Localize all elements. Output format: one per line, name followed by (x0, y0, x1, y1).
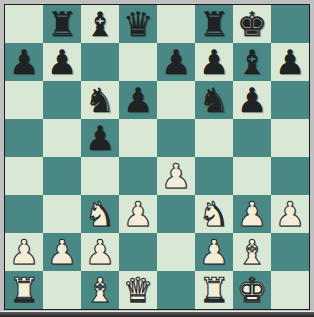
white-rook[interactable]: ♜ (9, 271, 39, 309)
square-g2[interactable]: ♝ (233, 233, 271, 271)
square-d3[interactable]: ♟ (119, 195, 157, 233)
square-c2[interactable]: ♟ (81, 233, 119, 271)
square-a2[interactable]: ♟ (5, 233, 43, 271)
square-d1[interactable]: ♛ (119, 271, 157, 309)
square-f6[interactable]: ♞ (195, 81, 233, 119)
window-edge-highlight (0, 311, 314, 312)
square-g4[interactable] (233, 157, 271, 195)
white-knight[interactable]: ♞ (199, 195, 229, 233)
white-rook[interactable]: ♜ (199, 271, 229, 309)
white-pawn[interactable]: ♟ (199, 233, 229, 271)
square-b4[interactable] (43, 157, 81, 195)
white-queen[interactable]: ♛ (123, 271, 153, 309)
white-pawn[interactable]: ♟ (275, 195, 305, 233)
square-h1[interactable] (271, 271, 309, 309)
chess-app-window: ♜♝♛♜♚♟♟♟♟♝♟♞♟♞♟♟♟♞♟♞♟♟♟♟♟♟♝♜♝♛♜♚ (0, 0, 314, 317)
square-b3[interactable] (43, 195, 81, 233)
black-rook[interactable]: ♜ (47, 5, 77, 43)
black-knight[interactable]: ♞ (85, 81, 115, 119)
square-d4[interactable] (119, 157, 157, 195)
square-c4[interactable] (81, 157, 119, 195)
white-pawn[interactable]: ♟ (9, 233, 39, 271)
square-e4[interactable]: ♟ (157, 157, 195, 195)
square-d6[interactable]: ♟ (119, 81, 157, 119)
square-h2[interactable] (271, 233, 309, 271)
square-d7[interactable] (119, 43, 157, 81)
square-g5[interactable] (233, 119, 271, 157)
square-f5[interactable] (195, 119, 233, 157)
white-bishop[interactable]: ♝ (237, 233, 267, 271)
square-h7[interactable]: ♟ (271, 43, 309, 81)
square-d8[interactable]: ♛ (119, 5, 157, 43)
black-pawn[interactable]: ♟ (275, 43, 305, 81)
board-frame: ♜♝♛♜♚♟♟♟♟♝♟♞♟♞♟♟♟♞♟♞♟♟♟♟♟♟♝♜♝♛♜♚ (4, 4, 310, 310)
square-b1[interactable] (43, 271, 81, 309)
black-knight[interactable]: ♞ (199, 81, 229, 119)
square-a1[interactable]: ♜ (5, 271, 43, 309)
square-b7[interactable]: ♟ (43, 43, 81, 81)
square-a5[interactable] (5, 119, 43, 157)
black-pawn[interactable]: ♟ (47, 43, 77, 81)
white-pawn[interactable]: ♟ (85, 233, 115, 271)
square-f3[interactable]: ♞ (195, 195, 233, 233)
window-edge-bottom (0, 312, 314, 317)
square-a7[interactable]: ♟ (5, 43, 43, 81)
black-pawn[interactable]: ♟ (237, 81, 267, 119)
black-rook[interactable]: ♜ (199, 5, 229, 43)
square-e7[interactable]: ♟ (157, 43, 195, 81)
white-pawn[interactable]: ♟ (161, 157, 191, 195)
black-king[interactable]: ♚ (237, 5, 267, 43)
square-a3[interactable] (5, 195, 43, 233)
black-pawn[interactable]: ♟ (161, 43, 191, 81)
square-a6[interactable] (5, 81, 43, 119)
square-b6[interactable] (43, 81, 81, 119)
square-h5[interactable] (271, 119, 309, 157)
square-b5[interactable] (43, 119, 81, 157)
square-g3[interactable]: ♟ (233, 195, 271, 233)
square-e1[interactable] (157, 271, 195, 309)
square-c8[interactable]: ♝ (81, 5, 119, 43)
black-bishop[interactable]: ♝ (237, 43, 267, 81)
square-g8[interactable]: ♚ (233, 5, 271, 43)
square-g1[interactable]: ♚ (233, 271, 271, 309)
black-pawn[interactable]: ♟ (85, 119, 115, 157)
square-b2[interactable]: ♟ (43, 233, 81, 271)
black-pawn[interactable]: ♟ (9, 43, 39, 81)
square-e5[interactable] (157, 119, 195, 157)
black-bishop[interactable]: ♝ (85, 5, 115, 43)
square-a4[interactable] (5, 157, 43, 195)
square-c1[interactable]: ♝ (81, 271, 119, 309)
square-h4[interactable] (271, 157, 309, 195)
square-f7[interactable]: ♟ (195, 43, 233, 81)
square-e2[interactable] (157, 233, 195, 271)
white-pawn[interactable]: ♟ (237, 195, 267, 233)
square-c7[interactable] (81, 43, 119, 81)
square-f1[interactable]: ♜ (195, 271, 233, 309)
black-pawn[interactable]: ♟ (123, 81, 153, 119)
square-e8[interactable] (157, 5, 195, 43)
square-d2[interactable] (119, 233, 157, 271)
white-king[interactable]: ♚ (237, 271, 267, 309)
white-pawn[interactable]: ♟ (47, 233, 77, 271)
square-f4[interactable] (195, 157, 233, 195)
square-h3[interactable]: ♟ (271, 195, 309, 233)
black-queen[interactable]: ♛ (123, 5, 153, 43)
square-g7[interactable]: ♝ (233, 43, 271, 81)
square-h8[interactable] (271, 5, 309, 43)
square-b8[interactable]: ♜ (43, 5, 81, 43)
square-f8[interactable]: ♜ (195, 5, 233, 43)
square-g6[interactable]: ♟ (233, 81, 271, 119)
white-bishop[interactable]: ♝ (85, 271, 115, 309)
square-c6[interactable]: ♞ (81, 81, 119, 119)
square-c5[interactable]: ♟ (81, 119, 119, 157)
square-d5[interactable] (119, 119, 157, 157)
square-f2[interactable]: ♟ (195, 233, 233, 271)
chess-board: ♜♝♛♜♚♟♟♟♟♝♟♞♟♞♟♟♟♞♟♞♟♟♟♟♟♟♝♜♝♛♜♚ (5, 5, 309, 309)
square-e6[interactable] (157, 81, 195, 119)
square-h6[interactable] (271, 81, 309, 119)
white-knight[interactable]: ♞ (85, 195, 115, 233)
black-pawn[interactable]: ♟ (199, 43, 229, 81)
square-a8[interactable] (5, 5, 43, 43)
square-e3[interactable] (157, 195, 195, 233)
square-c3[interactable]: ♞ (81, 195, 119, 233)
white-pawn[interactable]: ♟ (123, 195, 153, 233)
